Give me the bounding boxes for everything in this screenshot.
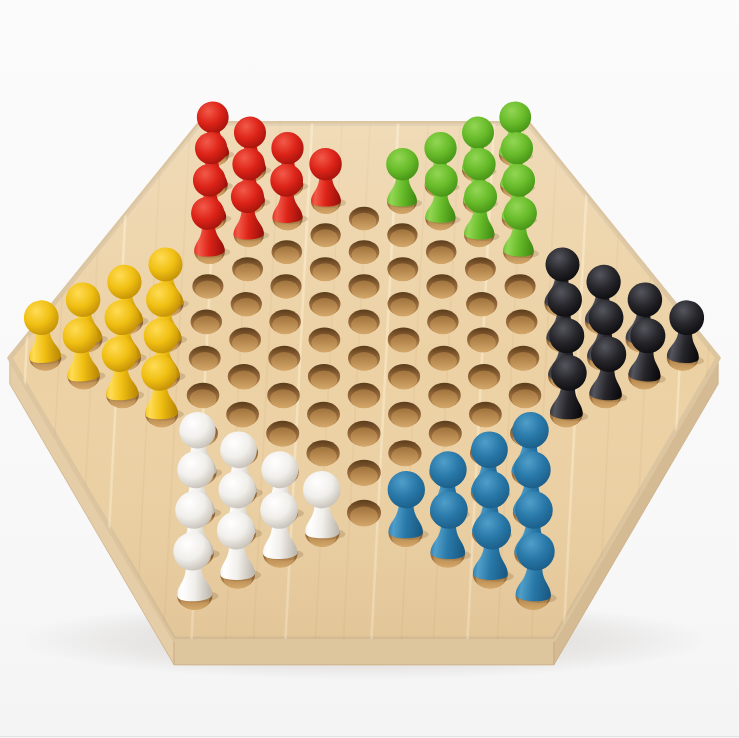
- board-side-bottom: [174, 639, 554, 665]
- chinese-checkers-board-scene: [0, 0, 739, 738]
- photo-bottom-border: [0, 736, 739, 737]
- product-photo: [0, 0, 739, 738]
